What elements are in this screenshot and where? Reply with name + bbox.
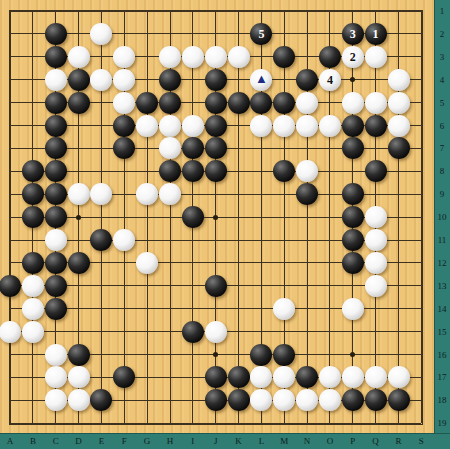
stone-black[interactable]: [342, 389, 364, 411]
stone-black[interactable]: [45, 46, 67, 68]
stone-white[interactable]: [205, 321, 227, 343]
stone-black[interactable]: 1: [365, 23, 387, 45]
stone-black[interactable]: [319, 46, 341, 68]
row-coordinate-label: 3: [434, 52, 450, 62]
stone-white[interactable]: [0, 321, 21, 343]
row-coordinate-label: 13: [434, 281, 450, 291]
triangle-mark: ▲: [255, 72, 268, 85]
move-number-mark: 3: [350, 28, 356, 40]
column-coordinate-label: Q: [368, 436, 384, 446]
column-coordinate-label: H: [162, 436, 178, 446]
stone-white[interactable]: [90, 69, 112, 91]
stone-white[interactable]: [22, 275, 44, 297]
stone-white[interactable]: [45, 344, 67, 366]
stone-black[interactable]: [388, 137, 410, 159]
stone-black[interactable]: [228, 389, 250, 411]
stone-white[interactable]: ▲: [250, 69, 272, 91]
stone-black[interactable]: [45, 275, 67, 297]
column-coordinate-label: M: [276, 436, 292, 446]
go-board-app: 5312▲4 12345678910111213141516171819ABCD…: [0, 0, 450, 449]
row-coordinate-label: 16: [434, 350, 450, 360]
stone-black[interactable]: [205, 389, 227, 411]
move-number-mark: 1: [373, 28, 379, 40]
column-coordinate-label: D: [71, 436, 87, 446]
stone-white[interactable]: [136, 252, 158, 274]
stone-white[interactable]: [68, 389, 90, 411]
stone-black[interactable]: [45, 115, 67, 137]
column-coordinate-label: P: [345, 436, 361, 446]
row-coordinate-label: 14: [434, 304, 450, 314]
move-number-mark: 4: [327, 74, 333, 86]
stone-black[interactable]: [228, 92, 250, 114]
stone-black[interactable]: [342, 252, 364, 274]
row-coordinate-label: 2: [434, 29, 450, 39]
stone-black[interactable]: [205, 115, 227, 137]
stone-white[interactable]: [365, 229, 387, 251]
stone-black[interactable]: [342, 229, 364, 251]
row-coordinate-label: 11: [434, 235, 450, 245]
stone-black[interactable]: [273, 344, 295, 366]
stone-white[interactable]: 2: [342, 46, 364, 68]
stone-black[interactable]: [45, 183, 67, 205]
stone-white[interactable]: [68, 366, 90, 388]
column-coordinate-label: F: [116, 436, 132, 446]
stone-black[interactable]: [159, 69, 181, 91]
stone-black[interactable]: [68, 69, 90, 91]
stone-white[interactable]: [365, 275, 387, 297]
stone-white[interactable]: [205, 46, 227, 68]
row-coordinate-label: 4: [434, 75, 450, 85]
row-coordinate-label: 15: [434, 327, 450, 337]
row-coordinate-label: 7: [434, 143, 450, 153]
stone-black[interactable]: [228, 366, 250, 388]
stone-white[interactable]: [159, 46, 181, 68]
row-coordinate-label: 19: [434, 418, 450, 428]
stone-white[interactable]: [365, 206, 387, 228]
row-coordinate-label: 18: [434, 395, 450, 405]
column-coordinate-label: E: [93, 436, 109, 446]
stone-black[interactable]: [205, 160, 227, 182]
stone-white[interactable]: [113, 92, 135, 114]
row-coordinate-label: 10: [434, 212, 450, 222]
column-coordinate-label: C: [48, 436, 64, 446]
stone-black[interactable]: [22, 252, 44, 274]
stone-black[interactable]: [250, 92, 272, 114]
column-coordinate-label: A: [2, 436, 18, 446]
stone-black[interactable]: [365, 160, 387, 182]
stone-black[interactable]: [182, 321, 204, 343]
stone-black[interactable]: [388, 389, 410, 411]
stone-black[interactable]: [22, 206, 44, 228]
stone-white[interactable]: [365, 366, 387, 388]
stone-black[interactable]: [45, 23, 67, 45]
stone-black[interactable]: [136, 92, 158, 114]
stone-black[interactable]: [45, 137, 67, 159]
stone-white[interactable]: [113, 46, 135, 68]
stone-black[interactable]: [365, 115, 387, 137]
stone-white[interactable]: [388, 366, 410, 388]
stone-white[interactable]: [388, 69, 410, 91]
stone-black[interactable]: [273, 92, 295, 114]
row-coordinate-label: 8: [434, 166, 450, 176]
stone-black[interactable]: [342, 183, 364, 205]
stone-black[interactable]: [205, 275, 227, 297]
column-coordinate-label: K: [231, 436, 247, 446]
stone-black[interactable]: [205, 366, 227, 388]
stone-black[interactable]: [342, 206, 364, 228]
stone-white[interactable]: [228, 46, 250, 68]
stone-black[interactable]: [68, 252, 90, 274]
stone-white[interactable]: 4: [319, 69, 341, 91]
row-coordinate-label: 6: [434, 121, 450, 131]
stone-white[interactable]: [365, 92, 387, 114]
move-number-mark: 2: [350, 51, 356, 63]
stone-white[interactable]: [68, 183, 90, 205]
star-point: [213, 215, 218, 220]
stone-black[interactable]: [0, 275, 21, 297]
stone-white[interactable]: [342, 92, 364, 114]
stone-white[interactable]: [273, 115, 295, 137]
row-coordinate-label: 17: [434, 372, 450, 382]
stone-black[interactable]: [205, 92, 227, 114]
column-coordinate-label: L: [253, 436, 269, 446]
stone-white[interactable]: [45, 69, 67, 91]
stone-white[interactable]: [296, 115, 318, 137]
stone-white[interactable]: [182, 115, 204, 137]
stone-white[interactable]: [388, 115, 410, 137]
stone-white[interactable]: [22, 321, 44, 343]
stone-black[interactable]: [68, 92, 90, 114]
column-coordinate-label: S: [413, 436, 429, 446]
stone-black[interactable]: [182, 206, 204, 228]
star-point: [76, 215, 81, 220]
stone-black[interactable]: [113, 115, 135, 137]
stone-black[interactable]: [45, 92, 67, 114]
stone-white[interactable]: [365, 252, 387, 274]
stone-black[interactable]: [159, 92, 181, 114]
stone-white[interactable]: [45, 389, 67, 411]
stone-black[interactable]: [342, 115, 364, 137]
stone-black[interactable]: [205, 137, 227, 159]
stone-white[interactable]: [273, 298, 295, 320]
stone-white[interactable]: [342, 298, 364, 320]
stone-black[interactable]: [182, 160, 204, 182]
stone-black[interactable]: [365, 389, 387, 411]
column-coordinate-label: I: [185, 436, 201, 446]
stone-white[interactable]: [365, 46, 387, 68]
stone-white[interactable]: [159, 115, 181, 137]
stone-white[interactable]: [388, 92, 410, 114]
stone-black[interactable]: [45, 252, 67, 274]
row-coordinate-label: 1: [434, 6, 450, 16]
stone-black[interactable]: 3: [342, 23, 364, 45]
stone-white[interactable]: [296, 92, 318, 114]
column-coordinate-label: B: [25, 436, 41, 446]
stone-black[interactable]: [205, 69, 227, 91]
stone-white[interactable]: [45, 366, 67, 388]
stone-black[interactable]: [250, 344, 272, 366]
stone-white[interactable]: [22, 298, 44, 320]
move-number-mark: 5: [258, 28, 264, 40]
column-coordinate-label: J: [208, 436, 224, 446]
stone-black[interactable]: [296, 69, 318, 91]
row-coordinate-label: 5: [434, 98, 450, 108]
column-coordinate-label: G: [139, 436, 155, 446]
row-coordinate-label: 9: [434, 189, 450, 199]
stone-white[interactable]: [45, 229, 67, 251]
row-coordinate-label: 12: [434, 258, 450, 268]
stone-white[interactable]: [68, 46, 90, 68]
stone-white[interactable]: [182, 46, 204, 68]
stone-black[interactable]: [68, 344, 90, 366]
stone-black[interactable]: [273, 46, 295, 68]
column-coordinate-label: R: [391, 436, 407, 446]
stone-black[interactable]: [45, 298, 67, 320]
stone-black[interactable]: [45, 206, 67, 228]
stone-white[interactable]: [250, 115, 272, 137]
column-coordinate-label: O: [322, 436, 338, 446]
stone-white[interactable]: [319, 115, 341, 137]
stone-white[interactable]: [113, 69, 135, 91]
column-coordinate-label: N: [299, 436, 315, 446]
stone-black[interactable]: [45, 160, 67, 182]
stone-white[interactable]: [136, 115, 158, 137]
stone-black[interactable]: [22, 183, 44, 205]
